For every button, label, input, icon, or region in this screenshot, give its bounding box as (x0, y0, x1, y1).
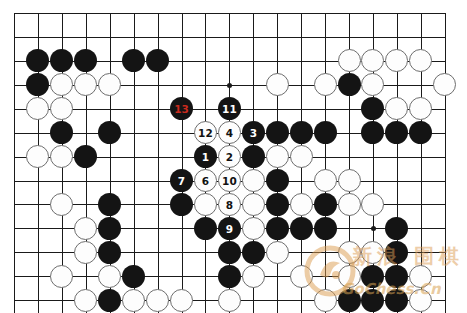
stone-white[interactable] (338, 169, 361, 192)
stone-black[interactable] (361, 121, 384, 144)
move-number-label: 12 (198, 128, 213, 139)
stone-white[interactable] (409, 265, 432, 288)
stone-black[interactable] (266, 217, 289, 240)
stone-white[interactable] (338, 193, 361, 216)
stone-white[interactable] (50, 265, 73, 288)
stone-white[interactable] (122, 289, 145, 312)
move-number-label: 13 (174, 104, 189, 115)
stone-white[interactable] (50, 73, 73, 96)
stone-white[interactable] (266, 241, 289, 264)
stone-black[interactable] (314, 121, 337, 144)
star-point (227, 83, 232, 88)
stone-white[interactable] (409, 49, 432, 72)
stone-white[interactable] (26, 97, 49, 120)
stone-black[interactable] (98, 289, 121, 312)
stone-white[interactable] (385, 49, 408, 72)
stone-black[interactable] (361, 265, 384, 288)
star-point (371, 226, 376, 231)
stone-black[interactable] (385, 289, 408, 312)
stone-white[interactable] (314, 289, 337, 312)
move-number-label: 9 (226, 224, 233, 235)
stone-white[interactable] (74, 289, 97, 312)
stone-black[interactable]: 3 (242, 121, 265, 144)
stone-white[interactable] (361, 73, 384, 96)
stone-black[interactable] (146, 49, 169, 72)
stone-white[interactable] (409, 97, 432, 120)
stone-white[interactable] (290, 145, 313, 168)
stone-white[interactable] (338, 49, 361, 72)
stone-black[interactable] (266, 193, 289, 216)
stone-black[interactable] (170, 193, 193, 216)
stone-white[interactable] (290, 265, 313, 288)
stone-black[interactable] (122, 49, 145, 72)
stone-black[interactable] (409, 121, 432, 144)
stone-black[interactable] (218, 265, 241, 288)
stone-white[interactable] (98, 73, 121, 96)
stone-black[interactable] (194, 217, 217, 240)
stone-white[interactable] (26, 145, 49, 168)
stone-white[interactable]: 4 (218, 121, 241, 144)
stone-white[interactable] (314, 169, 337, 192)
stone-white[interactable] (50, 145, 73, 168)
move-number-label: 11 (222, 104, 237, 115)
stone-black[interactable]: 7 (170, 169, 193, 192)
stone-white[interactable] (194, 193, 217, 216)
stone-black[interactable] (98, 241, 121, 264)
stone-white[interactable] (338, 241, 361, 264)
stone-white[interactable] (338, 265, 361, 288)
stone-white[interactable] (361, 49, 384, 72)
stone-white[interactable] (242, 169, 265, 192)
stone-black[interactable] (290, 121, 313, 144)
stone-white[interactable] (433, 73, 456, 96)
stone-black[interactable] (50, 49, 73, 72)
stone-white[interactable]: 8 (218, 193, 241, 216)
stone-white[interactable] (242, 193, 265, 216)
stone-white[interactable] (242, 265, 265, 288)
stone-white[interactable] (50, 97, 73, 120)
stone-black[interactable]: 9 (218, 217, 241, 240)
stone-black[interactable] (26, 73, 49, 96)
stone-white[interactable] (290, 193, 313, 216)
stone-black[interactable] (50, 121, 73, 144)
stone-black[interactable] (266, 121, 289, 144)
stone-black[interactable] (74, 145, 97, 168)
stone-white[interactable] (361, 241, 384, 264)
stone-black[interactable] (266, 169, 289, 192)
stone-black[interactable] (385, 217, 408, 240)
stone-white[interactable]: 10 (218, 169, 241, 192)
move-number-label: 8 (226, 200, 233, 211)
move-number-label: 10 (222, 176, 237, 187)
move-number-label: 4 (226, 128, 233, 139)
stone-black[interactable] (314, 193, 337, 216)
stone-white[interactable] (74, 73, 97, 96)
stone-black[interactable] (361, 289, 384, 312)
stone-white[interactable] (98, 265, 121, 288)
stone-white[interactable] (50, 193, 73, 216)
stone-white[interactable] (242, 217, 265, 240)
stone-black[interactable] (122, 265, 145, 288)
stone-black[interactable] (242, 145, 265, 168)
stone-black[interactable] (218, 241, 241, 264)
stone-white[interactable]: 12 (194, 121, 217, 144)
stone-white[interactable] (266, 73, 289, 96)
stone-black[interactable] (338, 289, 361, 312)
stone-white[interactable] (314, 73, 337, 96)
stone-white[interactable] (74, 217, 97, 240)
stone-white[interactable]: 2 (218, 145, 241, 168)
stone-white[interactable] (409, 289, 432, 312)
stone-white[interactable] (170, 289, 193, 312)
grid-vline (182, 13, 183, 313)
stone-black[interactable] (385, 121, 408, 144)
stone-black[interactable] (314, 217, 337, 240)
stone-white[interactable] (361, 193, 384, 216)
stone-black[interactable] (361, 97, 384, 120)
stone-white[interactable] (266, 145, 289, 168)
stone-black[interactable] (98, 217, 121, 240)
stone-white[interactable]: 6 (194, 169, 217, 192)
stone-black[interactable]: 13 (170, 97, 193, 120)
stone-black[interactable] (385, 241, 408, 264)
stone-white[interactable] (146, 289, 169, 312)
move-number-label: 3 (250, 128, 257, 139)
grid-vline (325, 13, 326, 313)
move-number-label: 7 (178, 176, 185, 187)
stone-black[interactable] (98, 121, 121, 144)
stone-black[interactable] (385, 265, 408, 288)
grid-vline (14, 13, 15, 313)
stone-black[interactable]: 11 (218, 97, 241, 120)
move-number-label: 2 (226, 152, 233, 163)
stone-black[interactable] (74, 49, 97, 72)
stone-white[interactable] (385, 97, 408, 120)
stone-black[interactable] (98, 193, 121, 216)
move-number-label: 1 (202, 152, 209, 163)
stone-white[interactable] (218, 289, 241, 312)
stone-white[interactable] (74, 241, 97, 264)
grid-vline (445, 13, 446, 313)
go-diagram: 1311124312761089 新浪 围棋 GoChess.Cn (0, 0, 467, 313)
stone-black[interactable] (26, 49, 49, 72)
stone-black[interactable] (338, 73, 361, 96)
stone-black[interactable] (242, 241, 265, 264)
stone-black[interactable]: 1 (194, 145, 217, 168)
stone-black[interactable] (290, 217, 313, 240)
move-number-label: 6 (202, 176, 209, 187)
